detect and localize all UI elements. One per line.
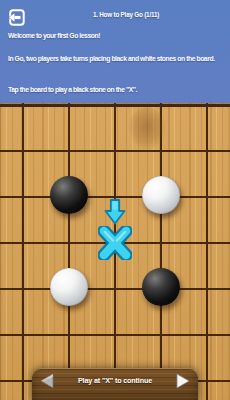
lesson-title: 1. How to Play Go (1/11) — [28, 11, 224, 18]
continue-label: Play at "X" to continue — [54, 376, 176, 385]
instruction-text: In Go, two players take turns placing bl… — [8, 52, 223, 66]
back-button[interactable] — [7, 9, 25, 26]
lesson-header: 1. How to Play Go (1/11) Welcome to your… — [0, 0, 230, 103]
right-triangle-icon — [176, 373, 190, 389]
black-stone — [50, 176, 88, 214]
go-tutorial-screen: 1. How to Play Go (1/11) Welcome to your… — [0, 0, 230, 400]
continue-bar: Play at "X" to continue — [32, 368, 198, 400]
tap-prompt-text: Tap the board to play a black stone on t… — [8, 83, 223, 97]
next-arrow-button[interactable] — [176, 373, 190, 389]
x-target-marker[interactable] — [98, 226, 132, 264]
down-arrow-indicator — [103, 199, 127, 229]
go-board[interactable] — [0, 103, 230, 400]
black-stone — [142, 268, 180, 306]
white-stone — [50, 268, 88, 306]
prev-arrow-button[interactable] — [40, 373, 54, 389]
back-exit-icon — [7, 9, 25, 26]
white-stone — [142, 176, 180, 214]
welcome-text: Welcome to your first Go lesson! — [8, 29, 223, 43]
left-triangle-icon — [40, 373, 54, 389]
